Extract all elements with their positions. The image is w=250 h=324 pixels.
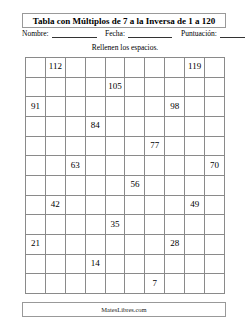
grid-cell-blank[interactable] [26, 215, 45, 234]
footer-site-label: MatesLibres.com [101, 306, 146, 313]
grid-cell-blank[interactable] [106, 255, 125, 274]
grid-cell-blank[interactable] [165, 78, 184, 97]
grid-cell-blank[interactable] [46, 176, 65, 195]
grid-cell-given: 28 [165, 235, 184, 254]
grid-cell-blank[interactable] [205, 97, 224, 116]
grid-cell-blank[interactable] [165, 176, 184, 195]
grid-cell-blank[interactable] [26, 176, 45, 195]
grid-cell-given: 98 [165, 97, 184, 116]
grid-cell-blank[interactable] [106, 156, 125, 175]
grid-cell-blank[interactable] [205, 137, 224, 156]
grid-cell-blank[interactable] [185, 255, 204, 274]
grid-cell-blank[interactable] [46, 274, 65, 293]
grid-cell-blank[interactable] [106, 117, 125, 136]
grid-cell-blank[interactable] [145, 255, 164, 274]
grid-cell-blank[interactable] [185, 156, 204, 175]
grid-cell-blank[interactable] [165, 196, 184, 215]
grid-cell-blank[interactable] [86, 78, 105, 97]
grid-cell-blank[interactable] [145, 58, 164, 77]
grid-cell-blank[interactable] [205, 235, 224, 254]
grid-cell-blank[interactable] [185, 97, 204, 116]
grid-cell-given: 14 [86, 255, 105, 274]
grid-cell-blank[interactable] [106, 176, 125, 195]
grid-cell-blank[interactable] [125, 235, 144, 254]
grid-cell-blank[interactable] [205, 78, 224, 97]
grid-cell-blank[interactable] [145, 97, 164, 116]
grid-cell-blank[interactable] [86, 274, 105, 293]
grid-cell-given: 70 [205, 156, 224, 175]
grid-cell-blank[interactable] [165, 156, 184, 175]
grid-cell-blank[interactable] [46, 255, 65, 274]
name-label: Nombre: [22, 29, 49, 38]
name-field: Nombre: [22, 29, 97, 38]
grid-cell-blank[interactable] [86, 137, 105, 156]
grid-cell-blank[interactable] [145, 78, 164, 97]
grid-cell-blank[interactable] [165, 215, 184, 234]
grid-cell-blank[interactable] [106, 196, 125, 215]
grid-cell-given: 119 [185, 58, 204, 77]
grid-cell-blank[interactable] [185, 215, 204, 234]
worksheet-title-box: Tabla con Múltiplos de 7 a la Inversa de… [22, 13, 226, 28]
grid-cell-blank[interactable] [66, 137, 85, 156]
grid-cell-given: 56 [125, 176, 144, 195]
fill-in-grid: 112119105919884776370564249352128147 [25, 57, 225, 294]
grid-cell-blank[interactable] [185, 274, 204, 293]
grid-cell-blank[interactable] [66, 117, 85, 136]
instruction-text: Rellenen los espacios. [0, 43, 250, 52]
grid-cell-blank[interactable] [86, 215, 105, 234]
grid-cell-blank[interactable] [125, 58, 144, 77]
grid-cell-blank[interactable] [66, 215, 85, 234]
worksheet-page: Tabla con Múltiplos de 7 a la Inversa de… [0, 0, 250, 324]
grid-cell-given: 42 [46, 196, 65, 215]
grid-cell-blank[interactable] [86, 97, 105, 116]
grid-cell-blank[interactable] [205, 274, 224, 293]
grid-cell-blank[interactable] [46, 235, 65, 254]
grid-cell-blank[interactable] [125, 97, 144, 116]
grid-cell-blank[interactable] [46, 137, 65, 156]
grid-cell-blank[interactable] [86, 58, 105, 77]
grid-cell-blank[interactable] [106, 274, 125, 293]
grid-cell-blank[interactable] [46, 78, 65, 97]
grid-cell-blank[interactable] [106, 235, 125, 254]
grid-cell-blank[interactable] [46, 117, 65, 136]
grid-cell-blank[interactable] [66, 235, 85, 254]
grid-cell-blank[interactable] [125, 215, 144, 234]
grid-cell-blank[interactable] [205, 117, 224, 136]
grid-cell-blank[interactable] [26, 137, 45, 156]
grid-cell-blank[interactable] [26, 117, 45, 136]
grid-cell-blank[interactable] [26, 156, 45, 175]
grid-cell-blank[interactable] [86, 235, 105, 254]
grid-cell-blank[interactable] [125, 137, 144, 156]
grid-cell-blank[interactable] [145, 156, 164, 175]
grid-cell-blank[interactable] [26, 196, 45, 215]
grid-cell-blank[interactable] [185, 137, 204, 156]
grid-cell-blank[interactable] [185, 117, 204, 136]
grid-cell-blank[interactable] [125, 255, 144, 274]
grid-cell-blank[interactable] [66, 196, 85, 215]
grid-cell-blank[interactable] [125, 156, 144, 175]
grid-cell-blank[interactable] [66, 176, 85, 195]
name-input-line[interactable] [52, 30, 97, 38]
grid-cell-given: 21 [26, 235, 45, 254]
grid-cell-blank[interactable] [145, 235, 164, 254]
grid-cell-blank[interactable] [26, 255, 45, 274]
grid-cell-given: 112 [46, 58, 65, 77]
grid-cell-blank[interactable] [106, 97, 125, 116]
grid-cell-blank[interactable] [145, 117, 164, 136]
grid-cell-blank[interactable] [125, 274, 144, 293]
footer-box: MatesLibres.com [22, 302, 226, 317]
grid-cell-given: 91 [26, 97, 45, 116]
grid-cell-blank[interactable] [86, 176, 105, 195]
grid-cell-blank[interactable] [125, 78, 144, 97]
grid-cell-blank[interactable] [66, 97, 85, 116]
date-field: Fecha: [105, 29, 172, 38]
grid-cell-blank[interactable] [205, 215, 224, 234]
grid-cell-blank[interactable] [185, 78, 204, 97]
score-input-line[interactable] [220, 30, 245, 38]
grid-cell-given: 35 [106, 215, 125, 234]
grid-cell-given: 105 [106, 78, 125, 97]
grid-cell-blank[interactable] [165, 117, 184, 136]
grid-cell-blank[interactable] [205, 58, 224, 77]
grid-cell-blank[interactable] [86, 156, 105, 175]
grid-cell-blank[interactable] [66, 78, 85, 97]
grid-cell-blank[interactable] [145, 176, 164, 195]
date-label: Fecha: [105, 29, 125, 38]
worksheet-title: Tabla con Múltiplos de 7 a la Inversa de… [33, 16, 215, 26]
grid-cell-blank[interactable] [46, 156, 65, 175]
grid-cell-blank[interactable] [106, 137, 125, 156]
grid-cell-blank[interactable] [66, 255, 85, 274]
score-label: Puntuación: [181, 29, 217, 38]
grid-cell-blank[interactable] [26, 58, 45, 77]
grid-cell-blank[interactable] [185, 176, 204, 195]
grid-cell-blank[interactable] [46, 97, 65, 116]
grid-cell-blank[interactable] [86, 196, 105, 215]
grid-cell-blank[interactable] [205, 255, 224, 274]
grid-cell-blank[interactable] [205, 196, 224, 215]
grid-cell-given: 63 [66, 156, 85, 175]
grid-cell-blank[interactable] [165, 137, 184, 156]
grid-cell-blank[interactable] [66, 274, 85, 293]
grid-cell-blank[interactable] [165, 58, 184, 77]
grid-cell-blank[interactable] [125, 196, 144, 215]
grid-cell-blank[interactable] [165, 274, 184, 293]
grid-cell-blank[interactable] [26, 78, 45, 97]
grid-cell-blank[interactable] [125, 117, 144, 136]
grid-cell-blank[interactable] [26, 274, 45, 293]
grid-cell-given: 7 [145, 274, 164, 293]
grid-cell-blank[interactable] [205, 176, 224, 195]
grid-cell-blank[interactable] [165, 255, 184, 274]
grid-cell-blank[interactable] [46, 215, 65, 234]
date-input-line[interactable] [128, 30, 172, 38]
grid-cell-given: 77 [145, 137, 164, 156]
grid-cell-given: 84 [86, 117, 105, 136]
grid-cell-blank[interactable] [106, 58, 125, 77]
grid-cell-given: 49 [185, 196, 204, 215]
grid-cell-blank[interactable] [145, 196, 164, 215]
grid-cell-blank[interactable] [185, 235, 204, 254]
grid-cell-blank[interactable] [145, 215, 164, 234]
grid-cell-blank[interactable] [66, 58, 85, 77]
score-field: Puntuación: [181, 29, 245, 38]
